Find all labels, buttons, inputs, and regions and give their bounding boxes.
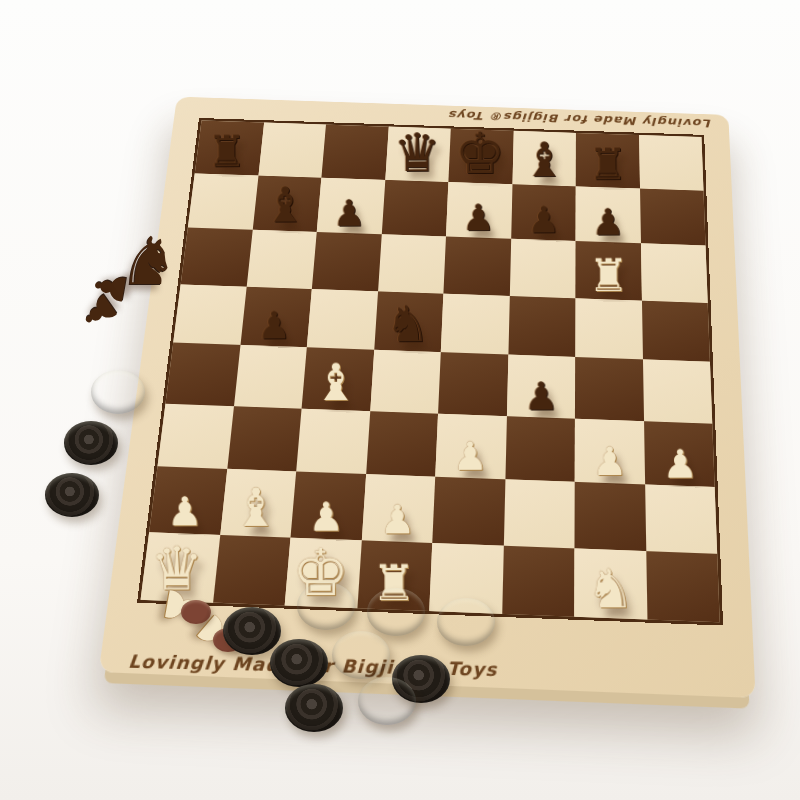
square-c2[interactable]: ♟	[291, 471, 366, 539]
square-f5[interactable]	[508, 296, 575, 357]
square-d5[interactable]: ♞	[374, 291, 444, 352]
piece-white-pawn-h3[interactable]: ♟	[644, 444, 714, 484]
draughts-counter-cream[interactable]	[91, 370, 145, 414]
square-e3[interactable]: ♟	[435, 413, 506, 479]
piece-black-pawn-g7[interactable]: ♟	[575, 204, 640, 241]
square-b4[interactable]	[234, 345, 307, 408]
piece-white-pawn-c2[interactable]: ♟	[291, 496, 362, 536]
piece-white-pawn-d2[interactable]: ♟	[361, 499, 432, 539]
square-h4[interactable]	[642, 359, 712, 423]
piece-black-rook-g8[interactable]: ♜	[576, 142, 640, 186]
square-h8[interactable]	[639, 135, 704, 190]
square-b1[interactable]	[213, 534, 291, 605]
piece-white-pawn-a2[interactable]: ♟	[149, 491, 220, 531]
square-a2[interactable]: ♟	[149, 466, 227, 534]
square-g6[interactable]: ♜	[575, 241, 641, 300]
square-g4[interactable]	[575, 357, 644, 421]
square-f3[interactable]	[505, 416, 575, 482]
piece-white-pawn-g3[interactable]: ♟	[575, 442, 645, 482]
square-f1[interactable]	[502, 545, 575, 616]
piece-white-rook-g6[interactable]: ♜	[575, 252, 641, 297]
piece-white-bishop-c4[interactable]: ♝	[302, 357, 370, 408]
piece-black-pawn-c7[interactable]: ♟	[317, 195, 382, 232]
square-g5[interactable]	[575, 298, 642, 359]
piece-black-queen-d8[interactable]: ♛	[385, 126, 449, 179]
square-c4[interactable]: ♝	[302, 347, 374, 410]
square-h2[interactable]	[645, 484, 718, 553]
square-d6[interactable]	[378, 234, 446, 293]
square-h3[interactable]: ♟	[644, 421, 715, 487]
square-a8[interactable]: ♜	[195, 120, 264, 175]
square-c6[interactable]	[312, 232, 381, 291]
draughts-counter-cream[interactable]	[332, 631, 390, 679]
square-b6[interactable]	[246, 230, 316, 289]
piece-black-bishop-b7[interactable]: ♝	[252, 181, 317, 229]
square-e4[interactable]	[438, 352, 508, 416]
pawn-felt-base	[181, 600, 211, 624]
square-d8[interactable]: ♛	[385, 127, 451, 182]
piece-black-pawn-f4[interactable]: ♟	[506, 376, 575, 415]
square-b7[interactable]: ♝	[252, 175, 321, 232]
piece-black-bishop-f8[interactable]: ♝	[512, 136, 576, 184]
draughts-counter-black[interactable]	[223, 607, 281, 655]
square-a3[interactable]	[158, 403, 234, 469]
square-a7[interactable]	[188, 173, 258, 230]
piece-white-pawn-e3[interactable]: ♟	[435, 437, 505, 476]
piece-black-pawn-b5[interactable]: ♟	[240, 306, 307, 344]
square-f8[interactable]: ♝	[512, 131, 576, 186]
square-e8[interactable]: ♚	[448, 129, 513, 184]
square-h7[interactable]	[640, 188, 706, 245]
square-g7[interactable]: ♟	[576, 186, 641, 243]
square-g8[interactable]: ♜	[576, 133, 640, 188]
square-c7[interactable]: ♟	[317, 177, 385, 234]
piece-black-rook-a8[interactable]: ♜	[195, 129, 258, 173]
draughts-counter-black[interactable]	[270, 639, 328, 687]
square-e7[interactable]: ♟	[446, 182, 512, 239]
draughts-counter-black[interactable]	[45, 473, 99, 517]
square-f4[interactable]: ♟	[506, 355, 575, 419]
piece-black-pawn-e7[interactable]: ♟	[446, 199, 511, 236]
square-d3[interactable]	[366, 411, 438, 477]
piece-black-king-e8[interactable]: ♚	[448, 124, 512, 181]
square-d7[interactable]	[381, 179, 448, 236]
piece-black-knight-d5[interactable]: ♞	[374, 299, 441, 349]
square-g3[interactable]: ♟	[575, 418, 645, 484]
square-h1[interactable]	[646, 551, 720, 623]
draughts-counter-cream[interactable]	[297, 582, 355, 630]
square-b2[interactable]: ♝	[220, 469, 296, 537]
draughts-counter-black[interactable]	[64, 421, 118, 465]
square-h6[interactable]	[640, 243, 707, 302]
square-h5[interactable]	[641, 300, 709, 362]
square-b3[interactable]	[227, 406, 302, 472]
square-d2[interactable]: ♟	[361, 474, 435, 542]
square-f7[interactable]: ♟	[511, 184, 576, 241]
draughts-counter-black[interactable]	[285, 684, 343, 732]
square-f6[interactable]	[509, 239, 575, 298]
square-d4[interactable]	[370, 350, 441, 413]
piece-black-pawn-f7[interactable]: ♟	[511, 202, 576, 239]
square-e6[interactable]	[443, 236, 510, 295]
draughts-counter-cream[interactable]	[358, 677, 416, 725]
square-e5[interactable]	[441, 293, 510, 354]
square-a4[interactable]	[166, 343, 240, 406]
square-c8[interactable]	[321, 125, 388, 180]
square-b8[interactable]	[258, 122, 326, 177]
square-f2[interactable]	[503, 479, 574, 548]
square-a5[interactable]	[173, 284, 246, 345]
piece-white-bishop-b2[interactable]: ♝	[220, 481, 291, 534]
draughts-counter-cream[interactable]	[367, 588, 425, 636]
draughts-counter-cream[interactable]	[437, 598, 495, 646]
square-b5[interactable]: ♟	[240, 286, 312, 347]
square-g2[interactable]	[574, 482, 645, 551]
square-e2[interactable]	[432, 477, 505, 546]
square-g1[interactable]: ♞	[574, 548, 647, 620]
square-c3[interactable]	[296, 408, 370, 474]
chess-grid: ♜♛♚♝♜♝♟♟♟♟♜♟♞♝♟♟♟♟♟♝♟♟♛♚♜♞	[141, 120, 720, 622]
photo-scene: ♜♛♚♝♜♝♟♟♟♟♜♟♞♝♟♟♟♟♟♝♟♟♛♚♜♞ Lovingly Made…	[0, 0, 800, 800]
square-c5[interactable]	[307, 289, 378, 350]
piece-white-knight-g1[interactable]: ♞	[574, 562, 647, 616]
square-a6[interactable]	[181, 228, 253, 287]
